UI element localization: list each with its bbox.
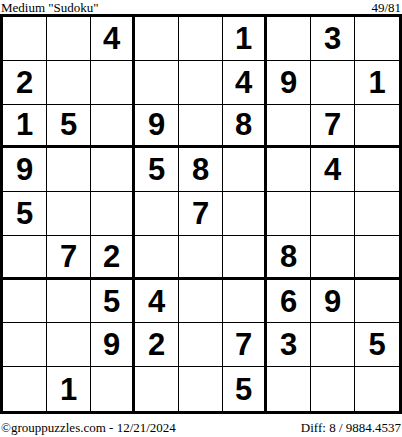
- cell-r6c5[interactable]: [179, 236, 223, 280]
- cell-r6c9[interactable]: [355, 236, 399, 280]
- difficulty-text: Diff: 8 / 9884.4537: [301, 421, 401, 435]
- cell-r7c2[interactable]: [47, 280, 91, 324]
- cell-r8c5[interactable]: [179, 323, 223, 367]
- cell-r7c7: 6: [267, 280, 311, 324]
- cell-r7c8: 9: [311, 280, 355, 324]
- cell-r2c8[interactable]: [311, 61, 355, 105]
- cell-r4c6[interactable]: [223, 148, 267, 192]
- cell-r7c1[interactable]: [3, 280, 47, 324]
- puzzle-title: Medium "Sudoku": [1, 1, 99, 14]
- cell-r8c9: 5: [355, 323, 399, 367]
- copyright-text: ©grouppuzzles.com - 12/21/2024: [1, 421, 176, 435]
- cell-r5c7[interactable]: [267, 192, 311, 236]
- cell-r2c6: 4: [223, 61, 267, 105]
- cell-r2c2[interactable]: [47, 61, 91, 105]
- cell-r3c9[interactable]: [355, 105, 399, 149]
- cell-r3c3[interactable]: [91, 105, 135, 149]
- cell-r8c2[interactable]: [47, 323, 91, 367]
- cell-r2c4[interactable]: [135, 61, 179, 105]
- cell-r1c8: 3: [311, 17, 355, 61]
- cell-r7c6[interactable]: [223, 280, 267, 324]
- cell-r8c6: 7: [223, 323, 267, 367]
- cell-r3c6: 8: [223, 105, 267, 149]
- cell-r3c7[interactable]: [267, 105, 311, 149]
- cell-r6c6[interactable]: [223, 236, 267, 280]
- cell-r1c4[interactable]: [135, 17, 179, 61]
- cell-r5c9[interactable]: [355, 192, 399, 236]
- cell-r6c3: 2: [91, 236, 135, 280]
- cell-r5c1: 5: [3, 192, 47, 236]
- cell-r1c6: 1: [223, 17, 267, 61]
- cell-r4c7[interactable]: [267, 148, 311, 192]
- cell-r1c1[interactable]: [3, 17, 47, 61]
- cell-r5c6[interactable]: [223, 192, 267, 236]
- cell-r2c7: 9: [267, 61, 311, 105]
- sudoku-grid: 41324911598795845772854699273515: [0, 14, 402, 414]
- cell-r2c1: 2: [3, 61, 47, 105]
- cell-r6c2: 7: [47, 236, 91, 280]
- cell-r8c4: 2: [135, 323, 179, 367]
- cell-r5c8[interactable]: [311, 192, 355, 236]
- cell-r4c1: 9: [3, 148, 47, 192]
- cell-r9c4[interactable]: [135, 367, 179, 411]
- cell-r6c4[interactable]: [135, 236, 179, 280]
- cell-r9c9[interactable]: [355, 367, 399, 411]
- cell-r4c2[interactable]: [47, 148, 91, 192]
- cell-r7c5[interactable]: [179, 280, 223, 324]
- cell-r4c4: 5: [135, 148, 179, 192]
- cell-r8c3: 9: [91, 323, 135, 367]
- cell-r6c1[interactable]: [3, 236, 47, 280]
- cell-r1c5[interactable]: [179, 17, 223, 61]
- cell-r9c7[interactable]: [267, 367, 311, 411]
- cell-r6c7: 8: [267, 236, 311, 280]
- header: Medium "Sudoku" 49/81: [0, 0, 402, 14]
- cell-r7c9[interactable]: [355, 280, 399, 324]
- cell-r3c4: 9: [135, 105, 179, 149]
- cell-r9c3[interactable]: [91, 367, 135, 411]
- cell-r6c8[interactable]: [311, 236, 355, 280]
- cell-r2c5[interactable]: [179, 61, 223, 105]
- cell-r5c2[interactable]: [47, 192, 91, 236]
- cell-r5c3[interactable]: [91, 192, 135, 236]
- cell-r3c1: 1: [3, 105, 47, 149]
- cell-r9c2: 1: [47, 367, 91, 411]
- cell-r2c3[interactable]: [91, 61, 135, 105]
- cell-r3c5[interactable]: [179, 105, 223, 149]
- cell-r9c6: 5: [223, 367, 267, 411]
- cell-r8c1[interactable]: [3, 323, 47, 367]
- cell-r1c7[interactable]: [267, 17, 311, 61]
- cell-r9c1[interactable]: [3, 367, 47, 411]
- cell-r4c5: 8: [179, 148, 223, 192]
- cell-r5c4[interactable]: [135, 192, 179, 236]
- cell-r5c5: 7: [179, 192, 223, 236]
- cell-r1c3: 4: [91, 17, 135, 61]
- cell-r3c2: 5: [47, 105, 91, 149]
- cell-r4c3[interactable]: [91, 148, 135, 192]
- cell-r4c8: 4: [311, 148, 355, 192]
- sudoku-page: Medium "Sudoku" 49/81 413249115987958457…: [0, 0, 402, 437]
- cell-r8c7: 3: [267, 323, 311, 367]
- cell-r4c9[interactable]: [355, 148, 399, 192]
- cell-r9c5[interactable]: [179, 367, 223, 411]
- cell-r9c8[interactable]: [311, 367, 355, 411]
- remaining-counter: 49/81: [371, 1, 401, 14]
- cell-r3c8: 7: [311, 105, 355, 149]
- cell-r7c4: 4: [135, 280, 179, 324]
- cell-r7c3: 5: [91, 280, 135, 324]
- footer: ©grouppuzzles.com - 12/21/2024 Diff: 8 /…: [0, 414, 402, 435]
- cell-r8c8[interactable]: [311, 323, 355, 367]
- cell-r2c9: 1: [355, 61, 399, 105]
- cell-r1c2[interactable]: [47, 17, 91, 61]
- cell-r1c9[interactable]: [355, 17, 399, 61]
